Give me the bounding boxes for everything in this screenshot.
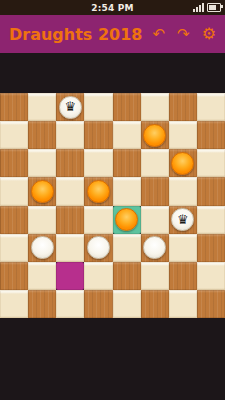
piece-white-king[interactable]: ♛ [171, 208, 194, 231]
board-square-r2c6[interactable] [169, 149, 197, 177]
board-square-r6c4[interactable] [113, 262, 141, 290]
board-square-r7c0[interactable] [0, 290, 28, 318]
board-square-r0c0[interactable] [0, 93, 28, 121]
board-square-r0c2[interactable]: ♛ [56, 93, 84, 121]
gear-icon: ⚙ [202, 24, 216, 43]
undo-button[interactable]: ↶ [153, 27, 166, 42]
board-square-r4c7[interactable] [197, 206, 225, 234]
piece-white-man[interactable] [87, 236, 110, 259]
board-square-r1c3[interactable] [84, 121, 112, 149]
move-target-square-r6c2[interactable] [56, 262, 84, 290]
board-square-r0c1[interactable] [28, 93, 56, 121]
status-time: 2:54 PM [91, 3, 133, 13]
battery-icon [207, 3, 221, 12]
piece-orange-man[interactable] [171, 152, 194, 175]
status-icons [193, 0, 221, 15]
signal-icon [193, 3, 204, 12]
board-square-r3c1[interactable] [28, 177, 56, 205]
piece-orange-man[interactable] [87, 180, 110, 203]
redo-button[interactable]: ↷ [177, 27, 190, 42]
piece-white-king[interactable]: ♛ [59, 96, 82, 119]
board-square-r5c5[interactable] [141, 234, 169, 262]
board-square-r0c5[interactable] [141, 93, 169, 121]
piece-orange-man[interactable] [143, 124, 166, 147]
settings-button[interactable]: ⚙ [202, 26, 216, 42]
board-square-r4c1[interactable] [28, 206, 56, 234]
board-square-r0c7[interactable] [197, 93, 225, 121]
board-square-r1c0[interactable] [0, 121, 28, 149]
undo-icon: ↶ [153, 25, 166, 43]
board-square-r0c6[interactable] [169, 93, 197, 121]
board-square-r7c4[interactable] [113, 290, 141, 318]
board-square-r2c2[interactable] [56, 149, 84, 177]
board-square-r3c4[interactable] [113, 177, 141, 205]
board-square-r3c2[interactable] [56, 177, 84, 205]
board-square-r2c7[interactable] [197, 149, 225, 177]
board-square-r0c3[interactable] [84, 93, 112, 121]
board-square-r1c7[interactable] [197, 121, 225, 149]
board-square-r3c7[interactable] [197, 177, 225, 205]
draughts-board: ♛♛ [0, 93, 225, 318]
status-bar: 2:54 PM [0, 0, 225, 15]
board-square-r7c5[interactable] [141, 290, 169, 318]
board-square-r6c5[interactable] [141, 262, 169, 290]
board-square-r2c5[interactable] [141, 149, 169, 177]
board-square-r0c4[interactable] [113, 93, 141, 121]
board-area: ♛♛ [0, 93, 225, 318]
crown-icon: ♛ [177, 213, 189, 226]
board-square-r5c1[interactable] [28, 234, 56, 262]
board-square-r7c2[interactable] [56, 290, 84, 318]
board-square-r1c4[interactable] [113, 121, 141, 149]
board-square-r3c0[interactable] [0, 177, 28, 205]
board-square-r1c5[interactable] [141, 121, 169, 149]
board-square-r2c3[interactable] [84, 149, 112, 177]
piece-orange-man[interactable] [115, 208, 138, 231]
board-square-r7c3[interactable] [84, 290, 112, 318]
board-square-r5c3[interactable] [84, 234, 112, 262]
board-square-r2c1[interactable] [28, 149, 56, 177]
redo-icon: ↷ [177, 25, 190, 43]
selected-square-r4c4[interactable] [113, 206, 141, 234]
board-square-r7c1[interactable] [28, 290, 56, 318]
board-square-r3c3[interactable] [84, 177, 112, 205]
board-square-r4c2[interactable] [56, 206, 84, 234]
board-square-r1c2[interactable] [56, 121, 84, 149]
board-square-r5c2[interactable] [56, 234, 84, 262]
board-square-r4c3[interactable] [84, 206, 112, 234]
board-square-r5c0[interactable] [0, 234, 28, 262]
board-square-r1c1[interactable] [28, 121, 56, 149]
piece-white-man[interactable] [143, 236, 166, 259]
board-square-r5c4[interactable] [113, 234, 141, 262]
app-screen: 2:54 PM Draughts 2018 ↶ ↷ ⚙ ♛♛ [0, 0, 225, 400]
board-square-r7c7[interactable] [197, 290, 225, 318]
board-square-r2c0[interactable] [0, 149, 28, 177]
board-square-r6c7[interactable] [197, 262, 225, 290]
board-square-r1c6[interactable] [169, 121, 197, 149]
piece-orange-man[interactable] [31, 180, 54, 203]
board-square-r5c7[interactable] [197, 234, 225, 262]
board-square-r5c6[interactable] [169, 234, 197, 262]
board-square-r2c4[interactable] [113, 149, 141, 177]
crown-icon: ♛ [64, 100, 76, 113]
board-square-r6c6[interactable] [169, 262, 197, 290]
board-square-r6c3[interactable] [84, 262, 112, 290]
piece-white-man[interactable] [31, 236, 54, 259]
board-square-r3c6[interactable] [169, 177, 197, 205]
app-bar: Draughts 2018 ↶ ↷ ⚙ [0, 15, 225, 53]
app-title: Draughts 2018 [9, 25, 153, 44]
board-square-r6c1[interactable] [28, 262, 56, 290]
board-square-r7c6[interactable] [169, 290, 197, 318]
board-square-r4c5[interactable] [141, 206, 169, 234]
app-bar-actions: ↶ ↷ ⚙ [153, 26, 217, 42]
board-square-r4c0[interactable] [0, 206, 28, 234]
board-square-r6c0[interactable] [0, 262, 28, 290]
board-square-r4c6[interactable]: ♛ [169, 206, 197, 234]
board-square-r3c5[interactable] [141, 177, 169, 205]
